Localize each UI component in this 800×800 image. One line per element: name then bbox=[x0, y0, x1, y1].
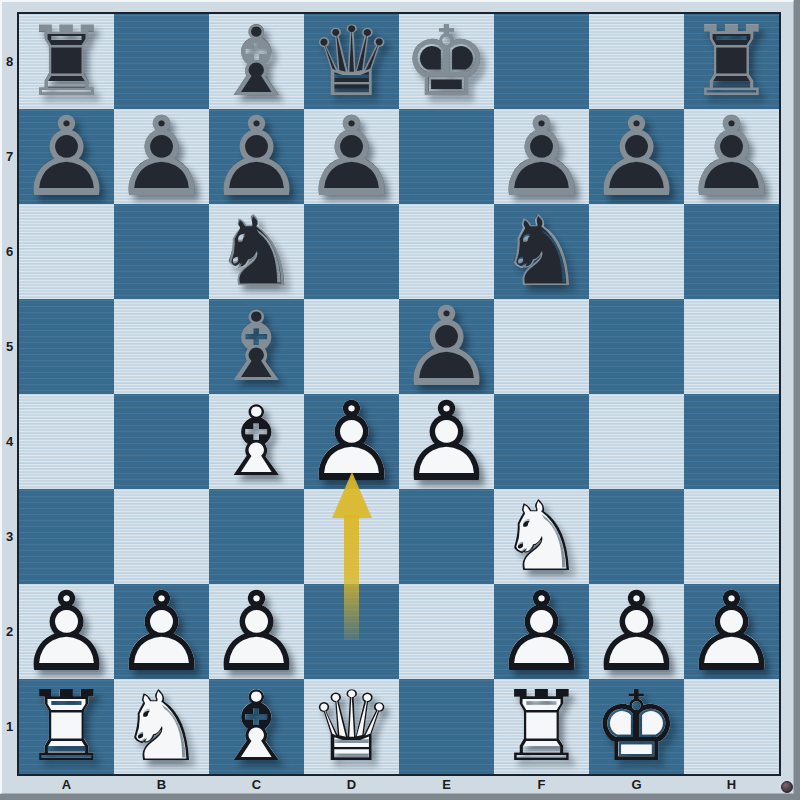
piece-glyph-outline: ♙ bbox=[114, 584, 209, 679]
file-label-F: F bbox=[494, 776, 589, 792]
piece-glyph-outline: ♙ bbox=[209, 584, 304, 679]
black-pawn[interactable]: ♟♙ bbox=[209, 109, 304, 204]
square-e2[interactable] bbox=[399, 584, 494, 679]
piece-glyph-outline: ♙ bbox=[19, 584, 114, 679]
white-rook[interactable]: ♜♖ bbox=[19, 679, 114, 774]
square-h4[interactable] bbox=[684, 394, 779, 489]
white-rook[interactable]: ♜♖ bbox=[494, 679, 589, 774]
piece-glyph-outline: ♘ bbox=[114, 679, 209, 774]
square-d3[interactable] bbox=[304, 489, 399, 584]
black-pawn[interactable]: ♟♙ bbox=[304, 109, 399, 204]
white-knight[interactable]: ♞♘ bbox=[114, 679, 209, 774]
square-c6[interactable]: ♞♘ bbox=[209, 204, 304, 299]
white-pawn[interactable]: ♟♙ bbox=[589, 584, 684, 679]
black-pawn[interactable]: ♟♙ bbox=[494, 109, 589, 204]
white-pawn[interactable]: ♟♙ bbox=[19, 584, 114, 679]
black-pawn[interactable]: ♟♙ bbox=[684, 109, 779, 204]
square-d4[interactable]: ♟♙ bbox=[304, 394, 399, 489]
piece-glyph-outline: ♙ bbox=[399, 394, 494, 489]
piece-glyph-outline: ♙ bbox=[19, 109, 114, 204]
file-label-G: G bbox=[589, 776, 684, 792]
square-a6[interactable] bbox=[19, 204, 114, 299]
square-e4[interactable]: ♟♙ bbox=[399, 394, 494, 489]
square-e3[interactable] bbox=[399, 489, 494, 584]
file-labels: ABCDEFGH bbox=[19, 776, 779, 792]
piece-glyph-outline: ♗ bbox=[209, 299, 304, 394]
square-g4[interactable] bbox=[589, 394, 684, 489]
white-pawn[interactable]: ♟♙ bbox=[304, 394, 399, 489]
piece-glyph-outline: ♘ bbox=[209, 204, 304, 299]
square-d1[interactable]: ♛♕ bbox=[304, 679, 399, 774]
rank-label-3: 3 bbox=[2, 489, 17, 584]
piece-glyph-outline: ♙ bbox=[589, 109, 684, 204]
square-f5[interactable] bbox=[494, 299, 589, 394]
white-king[interactable]: ♚♔ bbox=[589, 679, 684, 774]
square-h7[interactable]: ♟♙ bbox=[684, 109, 779, 204]
square-d7[interactable]: ♟♙ bbox=[304, 109, 399, 204]
square-b5[interactable] bbox=[114, 299, 209, 394]
rank-label-6: 6 bbox=[2, 204, 17, 299]
white-queen[interactable]: ♛♕ bbox=[304, 679, 399, 774]
square-b2[interactable]: ♟♙ bbox=[114, 584, 209, 679]
black-knight[interactable]: ♞♘ bbox=[494, 204, 589, 299]
rank-label-1: 1 bbox=[2, 679, 17, 774]
rank-labels: 87654321 bbox=[2, 14, 17, 774]
piece-glyph-outline: ♙ bbox=[304, 109, 399, 204]
file-label-B: B bbox=[114, 776, 209, 792]
white-pawn[interactable]: ♟♙ bbox=[399, 394, 494, 489]
board-frame: 87654321 ♜♖♝♗♛♕♚♔♜♖♟♙♟♙♟♙♟♙♟♙♟♙♟♙♞♘♞♘♝♗♟… bbox=[0, 0, 794, 794]
piece-glyph-outline: ♔ bbox=[589, 679, 684, 774]
square-d2[interactable] bbox=[304, 584, 399, 679]
square-a2[interactable]: ♟♙ bbox=[19, 584, 114, 679]
square-b6[interactable] bbox=[114, 204, 209, 299]
white-pawn[interactable]: ♟♙ bbox=[684, 584, 779, 679]
rank-label-5: 5 bbox=[2, 299, 17, 394]
square-f2[interactable]: ♟♙ bbox=[494, 584, 589, 679]
black-bishop[interactable]: ♝♗ bbox=[209, 299, 304, 394]
piece-glyph-outline: ♙ bbox=[684, 109, 779, 204]
square-g5[interactable] bbox=[589, 299, 684, 394]
piece-glyph-outline: ♙ bbox=[684, 584, 779, 679]
file-label-A: A bbox=[19, 776, 114, 792]
square-c4[interactable]: ♝♗ bbox=[209, 394, 304, 489]
piece-glyph-outline: ♖ bbox=[494, 679, 589, 774]
chess-board[interactable]: ♜♖♝♗♛♕♚♔♜♖♟♙♟♙♟♙♟♙♟♙♟♙♟♙♞♘♞♘♝♗♟♙♝♗♟♙♟♙♞♘… bbox=[17, 12, 781, 776]
square-f4[interactable] bbox=[494, 394, 589, 489]
white-bishop[interactable]: ♝♗ bbox=[209, 394, 304, 489]
rank-label-8: 8 bbox=[2, 14, 17, 109]
square-a7[interactable]: ♟♙ bbox=[19, 109, 114, 204]
piece-glyph-outline: ♙ bbox=[304, 394, 399, 489]
piece-glyph-outline: ♙ bbox=[589, 584, 684, 679]
square-c2[interactable]: ♟♙ bbox=[209, 584, 304, 679]
white-pawn[interactable]: ♟♙ bbox=[114, 584, 209, 679]
square-f7[interactable]: ♟♙ bbox=[494, 109, 589, 204]
square-d6[interactable] bbox=[304, 204, 399, 299]
square-b4[interactable] bbox=[114, 394, 209, 489]
file-label-D: D bbox=[304, 776, 399, 792]
square-a5[interactable] bbox=[19, 299, 114, 394]
white-pawn[interactable]: ♟♙ bbox=[494, 584, 589, 679]
square-h1[interactable] bbox=[684, 679, 779, 774]
square-f6[interactable]: ♞♘ bbox=[494, 204, 589, 299]
chess-diagram: 87654321 ♜♖♝♗♛♕♚♔♜♖♟♙♟♙♟♙♟♙♟♙♟♙♟♙♞♘♞♘♝♗♟… bbox=[0, 0, 800, 800]
square-g6[interactable] bbox=[589, 204, 684, 299]
black-pawn[interactable]: ♟♙ bbox=[114, 109, 209, 204]
square-h5[interactable] bbox=[684, 299, 779, 394]
square-h2[interactable]: ♟♙ bbox=[684, 584, 779, 679]
piece-glyph-outline: ♙ bbox=[494, 109, 589, 204]
square-g1[interactable]: ♚♔ bbox=[589, 679, 684, 774]
square-g2[interactable]: ♟♙ bbox=[589, 584, 684, 679]
piece-glyph-outline: ♖ bbox=[19, 679, 114, 774]
file-label-C: C bbox=[209, 776, 304, 792]
piece-glyph-outline: ♕ bbox=[304, 679, 399, 774]
rank-label-7: 7 bbox=[2, 109, 17, 204]
square-a1[interactable]: ♜♖ bbox=[19, 679, 114, 774]
piece-glyph-outline: ♗ bbox=[209, 394, 304, 489]
square-h6[interactable] bbox=[684, 204, 779, 299]
square-c1[interactable]: ♝♗ bbox=[209, 679, 304, 774]
piece-glyph-outline: ♗ bbox=[209, 679, 304, 774]
square-g7[interactable]: ♟♙ bbox=[589, 109, 684, 204]
rank-label-4: 4 bbox=[2, 394, 17, 489]
white-pawn[interactable]: ♟♙ bbox=[209, 584, 304, 679]
piece-glyph-outline: ♔ bbox=[399, 14, 494, 109]
piece-glyph-outline: ♙ bbox=[494, 584, 589, 679]
square-e8[interactable]: ♚♔ bbox=[399, 14, 494, 109]
square-e1[interactable] bbox=[399, 679, 494, 774]
square-b1[interactable]: ♞♘ bbox=[114, 679, 209, 774]
piece-glyph-outline: ♘ bbox=[494, 204, 589, 299]
square-c5[interactable]: ♝♗ bbox=[209, 299, 304, 394]
piece-glyph-outline: ♙ bbox=[209, 109, 304, 204]
black-pawn[interactable]: ♟♙ bbox=[589, 109, 684, 204]
rank-label-2: 2 bbox=[2, 584, 17, 679]
square-c7[interactable]: ♟♙ bbox=[209, 109, 304, 204]
black-to-move-indicator bbox=[781, 781, 793, 793]
black-king[interactable]: ♚♔ bbox=[399, 14, 494, 109]
square-f1[interactable]: ♜♖ bbox=[494, 679, 589, 774]
square-b7[interactable]: ♟♙ bbox=[114, 109, 209, 204]
black-knight[interactable]: ♞♘ bbox=[209, 204, 304, 299]
square-a4[interactable] bbox=[19, 394, 114, 489]
file-label-H: H bbox=[684, 776, 779, 792]
file-label-E: E bbox=[399, 776, 494, 792]
square-e7[interactable] bbox=[399, 109, 494, 204]
white-bishop[interactable]: ♝♗ bbox=[209, 679, 304, 774]
piece-glyph-outline: ♙ bbox=[114, 109, 209, 204]
black-pawn[interactable]: ♟♙ bbox=[19, 109, 114, 204]
